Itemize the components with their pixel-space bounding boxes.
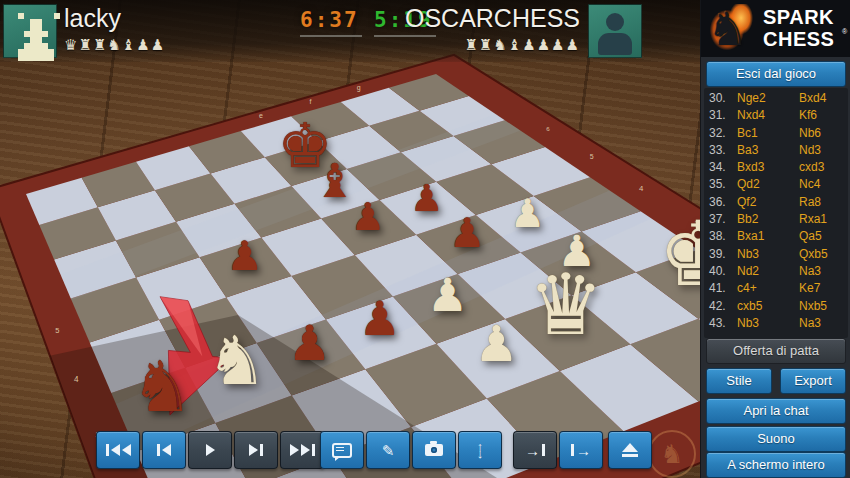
player-right-captured-tray: ♜♜♞♝♟♟♟♟ — [464, 36, 580, 54]
move-number: 41. — [709, 280, 726, 297]
move-white[interactable]: Nb3 — [737, 315, 759, 332]
sign-in-icon: → — [525, 443, 545, 458]
move-white[interactable]: Qd2 — [737, 176, 760, 193]
player-left-avatar[interactable] — [3, 4, 57, 58]
move-row-40: 40.Nd2Na3 — [704, 263, 848, 280]
piece-e3-white-p[interactable]: ♟ — [427, 273, 468, 319]
move-number: 32. — [709, 125, 726, 142]
move-white[interactable]: Nb3 — [737, 246, 759, 263]
logo-text-spark: SPARK — [763, 6, 834, 29]
move-black[interactable]: Ra8 — [799, 194, 821, 211]
move-black[interactable]: Nd3 — [799, 142, 821, 159]
move-row-41: 41.c4+Ke7 — [704, 280, 848, 297]
move-black[interactable]: Rxa1 — [799, 211, 827, 228]
move-number: 39. — [709, 246, 726, 263]
go-start-icon — [106, 444, 131, 456]
move-row-39: 39.Nb3Qxb5 — [704, 246, 848, 263]
playback-toolbar: ✎↑↓→→ — [0, 431, 700, 469]
rank-label-left-4: 4 — [74, 375, 79, 384]
chat-button[interactable] — [320, 431, 364, 469]
clock-left-underline — [300, 35, 362, 37]
player-left-captured-tray: ♛♜♜♞♝♟♟ — [64, 36, 165, 54]
flip-board-icon: ↑↓ — [477, 443, 484, 457]
clock-right-underline — [374, 35, 436, 37]
player-right-avatar[interactable] — [588, 4, 642, 58]
go-start-button[interactable] — [96, 431, 140, 469]
piece-d3-black-p[interactable]: ♟ — [359, 296, 401, 343]
toolbar-group-1: ✎↑↓ — [320, 431, 502, 469]
move-white[interactable]: Nxd4 — [737, 107, 765, 124]
eject-button[interactable] — [608, 431, 652, 469]
go-end-button[interactable] — [280, 431, 324, 469]
piece-f4-black-p[interactable]: ♟ — [449, 214, 486, 255]
move-number: 42. — [709, 298, 726, 315]
sign-in-button[interactable]: → — [513, 431, 557, 469]
fullscreen-button[interactable]: A schermo intero — [706, 452, 846, 478]
piece-f2-white-q[interactable]: ♛ — [528, 263, 604, 348]
move-number: 36. — [709, 194, 726, 211]
chat-icon — [332, 443, 352, 458]
eject-icon — [622, 443, 638, 457]
game-stage: 23456345efg ♚♝♟♟♟♟♟♟♞♞♟♟♟♟♛♚ lacky ♛♜♜♞♝… — [0, 0, 850, 478]
move-white[interactable]: Ba3 — [737, 142, 758, 159]
move-number: 37. — [709, 211, 726, 228]
logo-text-chess: CHESS — [763, 28, 834, 51]
sign-out-icon: → — [571, 443, 591, 458]
top-bar: lacky ♛♜♜♞♝♟♟ 6:37 5:19 OSCARCHESS ♜♜♞♝♟… — [0, 0, 700, 62]
move-white[interactable]: Bxa1 — [737, 228, 764, 245]
move-black[interactable]: Nxb5 — [799, 298, 827, 315]
rank-label-right-4: 4 — [639, 184, 644, 193]
go-back-icon — [157, 444, 171, 456]
move-number: 33. — [709, 142, 726, 159]
registered-mark: ® — [842, 28, 847, 35]
piece-e6-black-b[interactable]: ♝ — [313, 158, 355, 205]
file-label-top-g: g — [357, 84, 361, 92]
go-back-button[interactable] — [142, 431, 186, 469]
move-white[interactable]: c4+ — [737, 280, 757, 297]
move-number: 34. — [709, 159, 726, 176]
toolbar-group-0 — [96, 431, 324, 469]
move-number: 43. — [709, 315, 726, 332]
file-label-top-e: e — [259, 112, 263, 119]
move-white[interactable]: Bxd3 — [737, 159, 764, 176]
move-number: 40. — [709, 263, 726, 280]
move-row-34: 34.Bxd3cxd3 — [704, 159, 848, 176]
rank-label-right-6: 6 — [546, 125, 550, 132]
move-row-31: 31.Nxd4Kf6 — [704, 107, 848, 124]
rank-label-right-5: 5 — [590, 153, 594, 160]
move-black[interactable]: cxd3 — [799, 159, 824, 176]
move-white[interactable]: Bc1 — [737, 125, 758, 142]
piece-c3-black-p[interactable]: ♟ — [288, 319, 332, 368]
move-black[interactable]: Qxb5 — [799, 246, 828, 263]
go-end-icon — [290, 444, 315, 456]
sparkchess-logo: ♞ SPARK CHESS ® — [701, 0, 850, 57]
sign-out-button[interactable]: → — [559, 431, 603, 469]
screenshot-button[interactable] — [412, 431, 456, 469]
screenshot-icon — [425, 444, 443, 456]
player-left-name: lacky — [64, 4, 121, 33]
move-white[interactable]: Bb2 — [737, 211, 758, 228]
piece-e2-white-p[interactable]: ♟ — [474, 319, 518, 369]
flip-board-button[interactable]: ↑↓ — [458, 431, 502, 469]
move-white[interactable]: Nd2 — [737, 263, 759, 280]
open-chat-button[interactable]: Apri la chat — [706, 398, 846, 424]
piece-e5-black-p[interactable]: ♟ — [350, 199, 384, 237]
move-white[interactable]: cxb5 — [737, 298, 762, 315]
move-row-42: 42.cxb5Nxb5 — [704, 298, 848, 315]
move-black[interactable]: Na3 — [799, 263, 821, 280]
toolbar-group-2: →→ — [513, 431, 603, 469]
sound-button[interactable]: Suono — [706, 426, 846, 452]
move-row-30: 30.Nge2Bxd4 — [704, 90, 848, 107]
move-row-36: 36.Qf2Ra8 — [704, 194, 848, 211]
piece-b3-white-n[interactable]: ♞ — [207, 328, 268, 396]
move-black[interactable]: Na3 — [799, 315, 821, 332]
move-number: 35. — [709, 176, 726, 193]
move-number: 38. — [709, 228, 726, 245]
knight-logo-icon: ♞ — [707, 2, 748, 56]
move-number: 30. — [709, 90, 726, 107]
move-black[interactable]: Ke7 — [799, 280, 820, 297]
move-number: 31. — [709, 107, 726, 124]
move-list: 30.Nge2Bxd431.Nxd4Kf632.Bc1Nb633.Ba3Nd33… — [704, 88, 848, 338]
move-black[interactable]: Kf6 — [799, 107, 817, 124]
move-row-33: 33.Ba3Nd3 — [704, 142, 848, 159]
pixel-knight-icon — [12, 11, 18, 17]
move-row-32: 32.Bc1Nb6 — [704, 125, 848, 142]
move-row-43: 43.Nb3Na3 — [704, 315, 848, 332]
file-label-top-f: f — [309, 98, 311, 105]
piece-a3-black-n[interactable]: ♞ — [131, 352, 194, 422]
play-button[interactable] — [188, 431, 232, 469]
offer-draw-button[interactable]: Offerta di patta — [706, 338, 846, 364]
piece-c5-black-p[interactable]: ♟ — [226, 237, 263, 278]
go-forward-icon — [249, 444, 263, 456]
move-row-35: 35.Qd2Nc4 — [704, 176, 848, 193]
rank-label-left-5: 5 — [55, 326, 59, 335]
piece-f5-black-p[interactable]: ♟ — [410, 181, 443, 218]
export-button[interactable]: Export — [780, 368, 846, 394]
player-right-name: OSCARCHESS — [405, 4, 580, 33]
annotate-icon: ✎ — [382, 443, 395, 458]
move-row-37: 37.Bb2Rxa1 — [704, 211, 848, 228]
move-white[interactable]: Qf2 — [737, 194, 756, 211]
annotate-button[interactable]: ✎ — [366, 431, 410, 469]
style-button[interactable]: Stile — [706, 368, 772, 394]
toolbar-group-3 — [608, 431, 652, 469]
exit-game-button[interactable]: Esci dal gioco — [706, 61, 846, 87]
player-left-clock: 6:37 — [300, 8, 359, 32]
sidebar: ♞ SPARK CHESS ® Esci dal gioco 30.Nge2Bx… — [700, 0, 850, 478]
move-white[interactable]: Nge2 — [737, 90, 766, 107]
piece-g4-white-p[interactable]: ♟ — [510, 194, 545, 233]
move-black[interactable]: Bxd4 — [799, 90, 826, 107]
person-silhouette-icon — [606, 13, 624, 31]
play-icon — [206, 444, 215, 456]
move-black[interactable]: Qa5 — [799, 228, 822, 245]
go-forward-button[interactable] — [234, 431, 278, 469]
move-black[interactable]: Nb6 — [799, 125, 821, 142]
move-row-38: 38.Bxa1Qa5 — [704, 228, 848, 245]
move-black[interactable]: Nc4 — [799, 176, 820, 193]
